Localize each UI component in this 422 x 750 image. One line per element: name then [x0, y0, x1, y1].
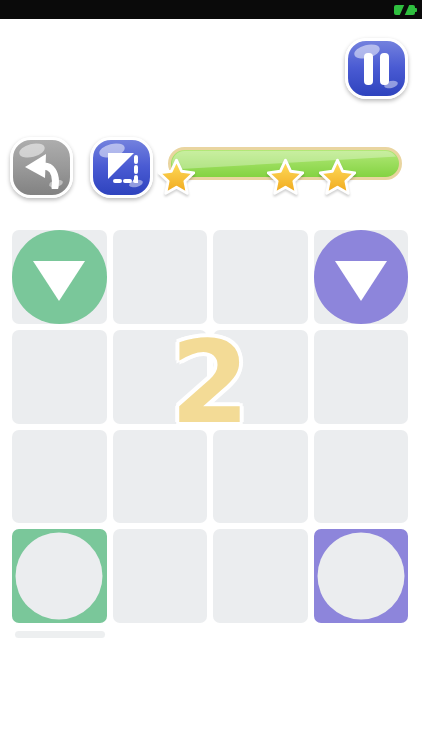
empty-cell — [113, 330, 208, 424]
empty-cell — [314, 430, 409, 524]
down-arrow-icon — [33, 261, 85, 301]
piece-purple-cell — [314, 230, 409, 324]
star-icon-3 — [319, 158, 356, 195]
empty-cell — [113, 230, 208, 324]
empty-cell — [213, 430, 308, 524]
hint-button[interactable] — [90, 137, 153, 198]
empty-cell — [12, 430, 107, 524]
empty-cell — [12, 330, 107, 424]
battery-charging-icon — [394, 5, 415, 15]
star-icon-1 — [158, 158, 195, 195]
target-hole — [16, 533, 103, 620]
pause-button[interactable] — [345, 38, 408, 99]
undo-button[interactable] — [10, 137, 73, 198]
green-piece[interactable] — [12, 230, 107, 324]
piece-green-cell — [12, 230, 107, 324]
empty-cell — [213, 230, 308, 324]
empty-cell — [213, 330, 308, 424]
target-green-cell — [12, 529, 107, 623]
game-screen: 2 — [0, 0, 422, 750]
empty-cell — [113, 529, 208, 623]
board-shadow — [15, 631, 105, 638]
star-icon-2 — [267, 158, 304, 195]
empty-cell — [314, 330, 409, 424]
purple-piece[interactable] — [314, 230, 409, 324]
empty-cell — [113, 430, 208, 524]
target-hole — [317, 533, 404, 620]
status-bar — [0, 0, 422, 19]
undo-arrow-icon — [21, 147, 63, 189]
empty-cell — [213, 529, 308, 623]
board — [12, 230, 408, 623]
pause-icon — [364, 53, 389, 85]
down-arrow-icon — [335, 261, 387, 301]
fold-square-icon — [102, 148, 142, 188]
target-purple-cell — [314, 529, 409, 623]
